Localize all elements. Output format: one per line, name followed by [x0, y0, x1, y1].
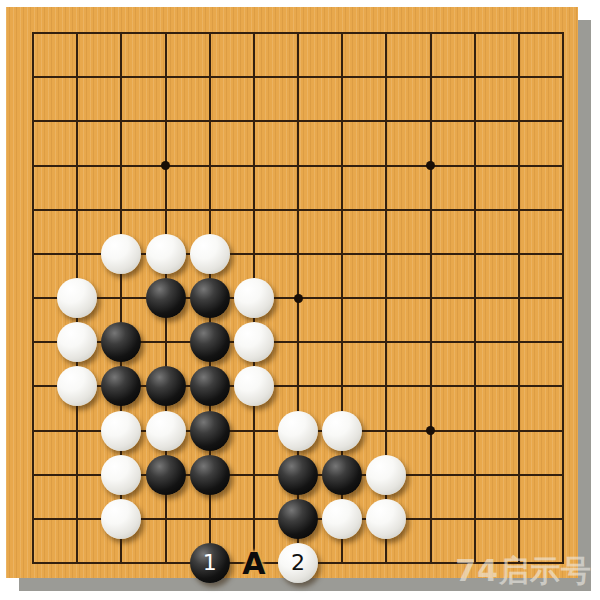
- go-board[interactable]: 12A: [6, 7, 578, 578]
- stone-white: [57, 278, 97, 318]
- hoshi-point: [426, 161, 435, 170]
- marker-a: A: [234, 543, 274, 583]
- grid-line-vertical: [518, 32, 520, 564]
- grid-line-vertical: [562, 32, 564, 564]
- stone-white: [146, 411, 186, 451]
- stone-black: [190, 366, 230, 406]
- stone-black: [278, 499, 318, 539]
- stone-white: [234, 322, 274, 362]
- stone-white: 2: [278, 543, 318, 583]
- move-number: 1: [203, 552, 217, 574]
- hoshi-point: [294, 294, 303, 303]
- stone-black: [190, 322, 230, 362]
- stone-black: [101, 322, 141, 362]
- stone-black: [146, 366, 186, 406]
- stone-white: [57, 366, 97, 406]
- stone-black: [190, 411, 230, 451]
- move-number: 2: [291, 552, 305, 574]
- stone-black: [146, 278, 186, 318]
- stone-white: [146, 234, 186, 274]
- stone-white: [101, 411, 141, 451]
- stone-white: [101, 234, 141, 274]
- watermark: 74启示号: [455, 551, 592, 592]
- stone-white: [322, 411, 362, 451]
- stone-black: 1: [190, 543, 230, 583]
- stone-white: [366, 455, 406, 495]
- hoshi-point: [161, 161, 170, 170]
- hoshi-point: [426, 426, 435, 435]
- stone-white: [57, 322, 97, 362]
- grid-line-vertical: [474, 32, 476, 564]
- stone-white: [190, 234, 230, 274]
- stone-black: [101, 366, 141, 406]
- stone-white: [101, 499, 141, 539]
- stone-white: [101, 455, 141, 495]
- stone-white: [234, 366, 274, 406]
- stone-white: [278, 411, 318, 451]
- stone-black: [190, 455, 230, 495]
- stone-black: [190, 278, 230, 318]
- stone-white: [234, 278, 274, 318]
- stone-black: [322, 455, 362, 495]
- stone-black: [278, 455, 318, 495]
- grid-line-vertical: [430, 32, 432, 564]
- stone-white: [322, 499, 362, 539]
- stone-white: [366, 499, 406, 539]
- grid: 12A: [33, 33, 563, 563]
- stone-black: [146, 455, 186, 495]
